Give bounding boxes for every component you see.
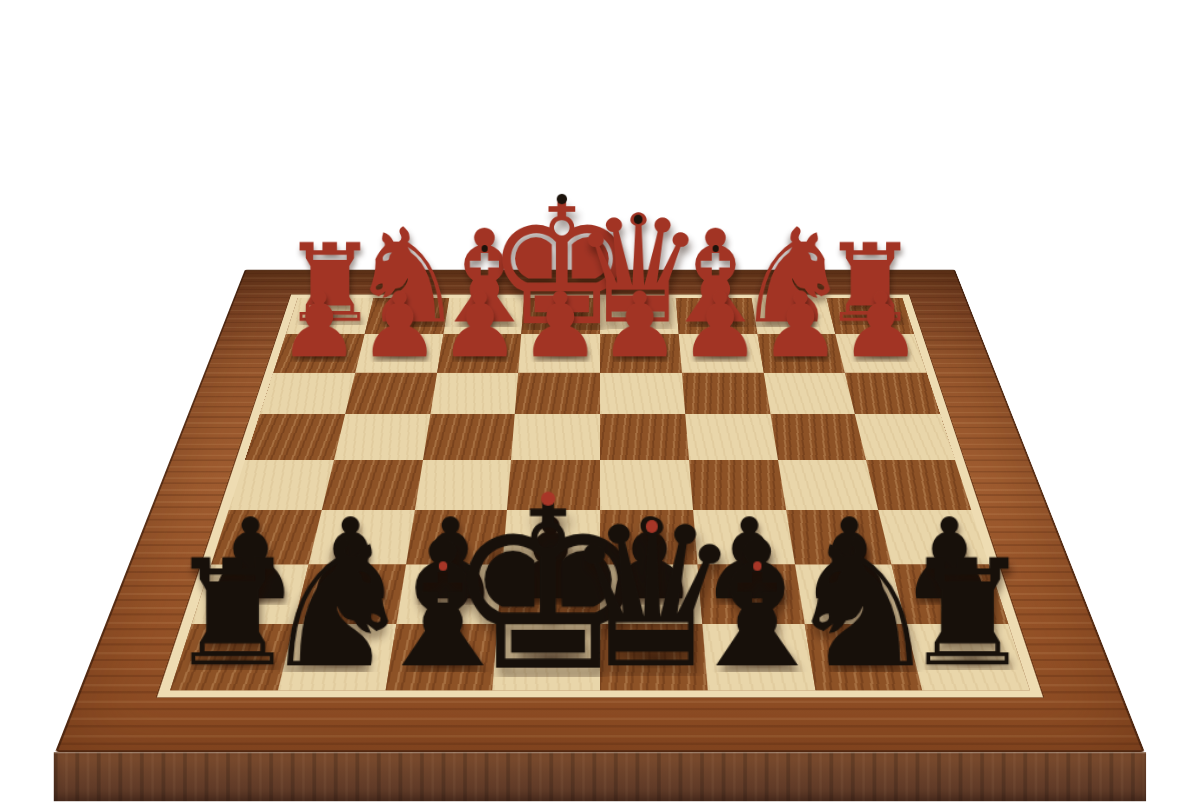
photo-scene: ♜♞♝♚♛♝♞♜♟♟♟♟♟♟♟♟♟♟♟♟♟♟♟♟♜♞♝♚♛♝♞♜ bbox=[0, 0, 1200, 812]
square-h4[interactable] bbox=[245, 414, 345, 460]
finial-dot bbox=[712, 245, 719, 252]
finial-dot bbox=[753, 561, 762, 570]
square-h3[interactable] bbox=[260, 373, 355, 415]
square-h2[interactable]: ♟ bbox=[273, 334, 364, 373]
square-a3[interactable] bbox=[845, 373, 940, 415]
square-b3[interactable] bbox=[763, 373, 855, 415]
finial-dot bbox=[540, 491, 554, 505]
square-f2[interactable]: ♟ bbox=[437, 334, 522, 373]
square-b4[interactable] bbox=[770, 414, 866, 460]
square-c3[interactable] bbox=[682, 373, 770, 415]
chess-board: ♜♞♝♚♛♝♞♜♟♟♟♟♟♟♟♟♟♟♟♟♟♟♟♟♜♞♝♚♛♝♞♜ bbox=[157, 295, 1043, 698]
finial-dot bbox=[646, 520, 659, 533]
square-g2[interactable]: ♟ bbox=[355, 334, 443, 373]
board-front-edge bbox=[54, 752, 1146, 801]
square-f3[interactable] bbox=[430, 373, 518, 415]
square-g3[interactable] bbox=[345, 373, 437, 415]
finial-dot bbox=[634, 215, 643, 224]
square-c4[interactable] bbox=[685, 414, 777, 460]
chessboard-3d: ♜♞♝♚♛♝♞♜♟♟♟♟♟♟♟♟♟♟♟♟♟♟♟♟♜♞♝♚♛♝♞♜ bbox=[55, 270, 1145, 752]
square-a8[interactable]: ♜ bbox=[906, 624, 1030, 690]
square-e2[interactable]: ♟ bbox=[518, 334, 600, 373]
square-d2[interactable]: ♟ bbox=[600, 334, 682, 373]
square-b2[interactable]: ♟ bbox=[757, 334, 845, 373]
square-e3[interactable] bbox=[515, 373, 600, 415]
finial-dot bbox=[556, 194, 567, 205]
square-g4[interactable] bbox=[334, 414, 430, 460]
square-d3[interactable] bbox=[600, 373, 685, 415]
square-c2[interactable]: ♟ bbox=[678, 334, 763, 373]
square-a4[interactable] bbox=[855, 414, 955, 460]
square-a2[interactable]: ♟ bbox=[835, 334, 926, 373]
